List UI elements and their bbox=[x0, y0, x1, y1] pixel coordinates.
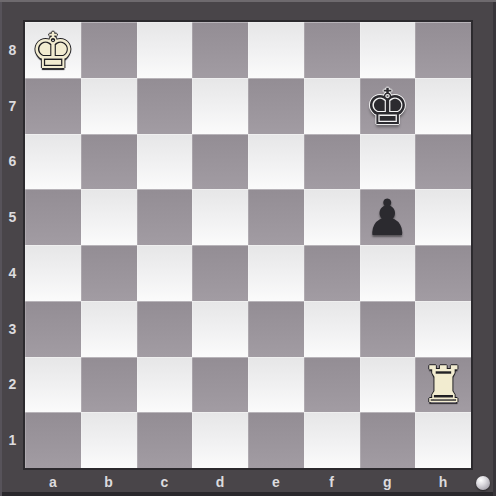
square-h8[interactable] bbox=[415, 22, 471, 78]
file-label-b: b bbox=[81, 468, 137, 496]
board-frame: ♚♚♟♜ 87654321 abcdefgh bbox=[0, 0, 496, 496]
square-g4[interactable] bbox=[360, 245, 416, 301]
file-labels: abcdefgh bbox=[25, 468, 471, 496]
square-d3[interactable] bbox=[192, 301, 248, 357]
rank-label-6: 6 bbox=[0, 134, 25, 190]
square-h6[interactable] bbox=[415, 134, 471, 190]
square-c2[interactable] bbox=[137, 357, 193, 413]
square-c4[interactable] bbox=[137, 245, 193, 301]
square-a7[interactable] bbox=[25, 78, 81, 134]
rank-label-3: 3 bbox=[0, 301, 25, 357]
square-e6[interactable] bbox=[248, 134, 304, 190]
file-label-c: c bbox=[137, 468, 193, 496]
square-d6[interactable] bbox=[192, 134, 248, 190]
square-d1[interactable] bbox=[192, 412, 248, 468]
rank-labels: 87654321 bbox=[0, 22, 25, 468]
square-f4[interactable] bbox=[304, 245, 360, 301]
square-a4[interactable] bbox=[25, 245, 81, 301]
square-c8[interactable] bbox=[137, 22, 193, 78]
square-d7[interactable] bbox=[192, 78, 248, 134]
square-e1[interactable] bbox=[248, 412, 304, 468]
black-pawn[interactable]: ♟ bbox=[365, 191, 410, 243]
square-f8[interactable] bbox=[304, 22, 360, 78]
square-b3[interactable] bbox=[81, 301, 137, 357]
square-f3[interactable] bbox=[304, 301, 360, 357]
square-f7[interactable] bbox=[304, 78, 360, 134]
square-e7[interactable] bbox=[248, 78, 304, 134]
square-g8[interactable] bbox=[360, 22, 416, 78]
file-label-h: h bbox=[415, 468, 471, 496]
rank-label-7: 7 bbox=[0, 78, 25, 134]
square-f2[interactable] bbox=[304, 357, 360, 413]
white-king[interactable]: ♚ bbox=[30, 24, 75, 76]
square-f5[interactable] bbox=[304, 189, 360, 245]
rank-label-8: 8 bbox=[0, 22, 25, 78]
square-h7[interactable] bbox=[415, 78, 471, 134]
square-a6[interactable] bbox=[25, 134, 81, 190]
square-h1[interactable] bbox=[415, 412, 471, 468]
file-label-f: f bbox=[304, 468, 360, 496]
square-d4[interactable] bbox=[192, 245, 248, 301]
square-d8[interactable] bbox=[192, 22, 248, 78]
square-e5[interactable] bbox=[248, 189, 304, 245]
square-b8[interactable] bbox=[81, 22, 137, 78]
rank-label-2: 2 bbox=[0, 357, 25, 413]
square-g6[interactable] bbox=[360, 134, 416, 190]
rank-label-4: 4 bbox=[0, 245, 25, 301]
square-b6[interactable] bbox=[81, 134, 137, 190]
square-e3[interactable] bbox=[248, 301, 304, 357]
square-g7[interactable]: ♚ bbox=[360, 78, 416, 134]
square-g2[interactable] bbox=[360, 357, 416, 413]
square-b4[interactable] bbox=[81, 245, 137, 301]
square-a2[interactable] bbox=[25, 357, 81, 413]
file-label-e: e bbox=[248, 468, 304, 496]
white-rook[interactable]: ♜ bbox=[421, 358, 466, 410]
square-h2[interactable]: ♜ bbox=[415, 357, 471, 413]
turn-indicator-ball bbox=[476, 476, 490, 490]
square-c1[interactable] bbox=[137, 412, 193, 468]
square-d5[interactable] bbox=[192, 189, 248, 245]
square-b5[interactable] bbox=[81, 189, 137, 245]
file-label-g: g bbox=[360, 468, 416, 496]
square-a5[interactable] bbox=[25, 189, 81, 245]
square-c3[interactable] bbox=[137, 301, 193, 357]
square-b7[interactable] bbox=[81, 78, 137, 134]
square-c7[interactable] bbox=[137, 78, 193, 134]
square-e8[interactable] bbox=[248, 22, 304, 78]
square-g5[interactable]: ♟ bbox=[360, 189, 416, 245]
chess-board: ♚♚♟♜ bbox=[25, 22, 471, 468]
file-label-d: d bbox=[192, 468, 248, 496]
rank-label-5: 5 bbox=[0, 189, 25, 245]
rank-label-1: 1 bbox=[0, 412, 25, 468]
square-e2[interactable] bbox=[248, 357, 304, 413]
square-h4[interactable] bbox=[415, 245, 471, 301]
square-a8[interactable]: ♚ bbox=[25, 22, 81, 78]
black-king[interactable]: ♚ bbox=[365, 80, 410, 132]
square-h3[interactable] bbox=[415, 301, 471, 357]
square-b2[interactable] bbox=[81, 357, 137, 413]
square-c5[interactable] bbox=[137, 189, 193, 245]
square-g3[interactable] bbox=[360, 301, 416, 357]
square-b1[interactable] bbox=[81, 412, 137, 468]
square-d2[interactable] bbox=[192, 357, 248, 413]
square-e4[interactable] bbox=[248, 245, 304, 301]
square-g1[interactable] bbox=[360, 412, 416, 468]
file-label-a: a bbox=[25, 468, 81, 496]
square-c6[interactable] bbox=[137, 134, 193, 190]
square-a1[interactable] bbox=[25, 412, 81, 468]
square-f6[interactable] bbox=[304, 134, 360, 190]
square-a3[interactable] bbox=[25, 301, 81, 357]
square-f1[interactable] bbox=[304, 412, 360, 468]
square-h5[interactable] bbox=[415, 189, 471, 245]
